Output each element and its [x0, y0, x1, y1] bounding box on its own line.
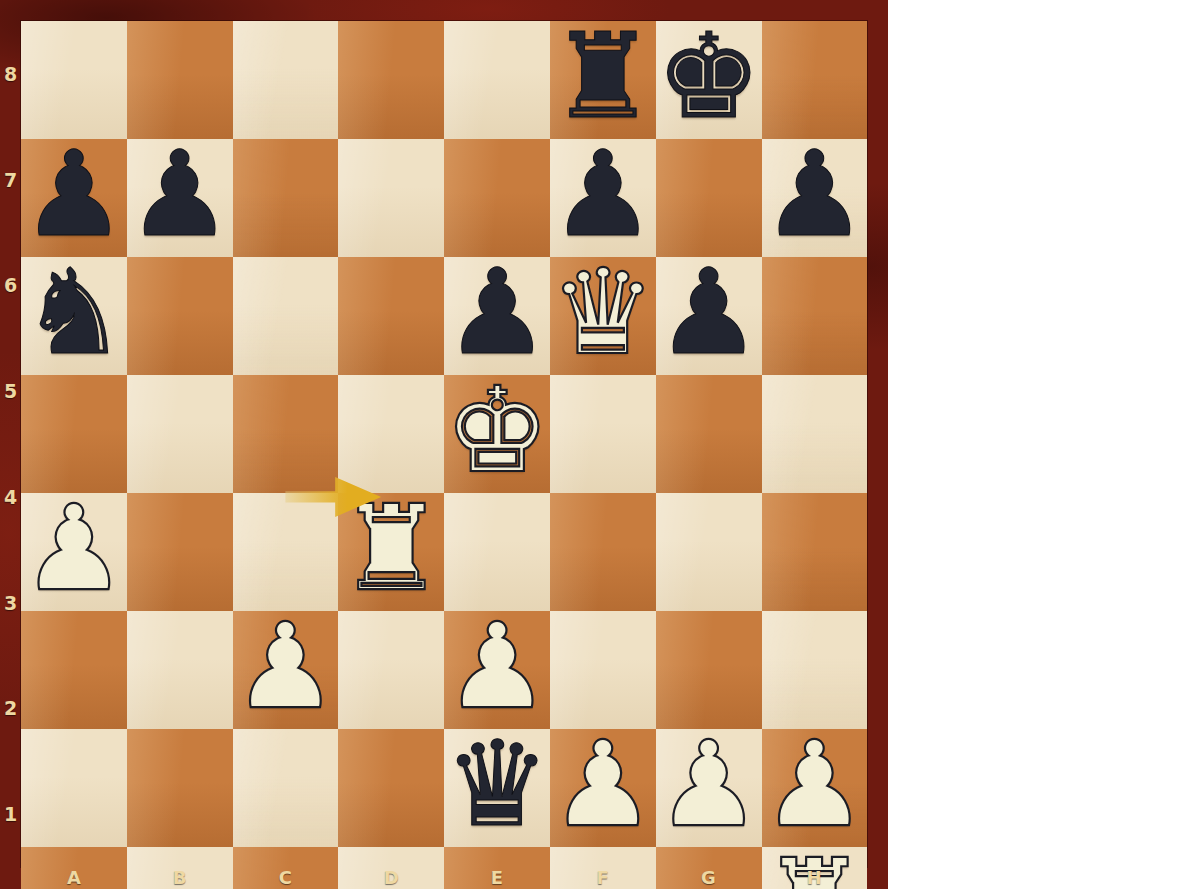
file-label-D: D — [371, 867, 411, 888]
piece-white-queen-f6[interactable]: ♛ — [550, 253, 656, 371]
square-e7[interactable] — [444, 139, 550, 257]
square-f8[interactable]: ♜ — [550, 21, 656, 139]
square-h7[interactable]: ♟ — [762, 139, 868, 257]
square-g8[interactable]: ♚ — [656, 21, 762, 139]
square-d2[interactable] — [338, 729, 444, 847]
piece-black-pawn-f7[interactable]: ♟ — [550, 135, 656, 253]
file-label-H: H — [794, 867, 834, 888]
piece-black-pawn-e6[interactable]: ♟ — [444, 253, 550, 371]
piece-white-pawn-e3[interactable]: ♟ — [444, 607, 550, 725]
square-c5[interactable] — [233, 375, 339, 493]
square-f2[interactable]: ♟ — [550, 729, 656, 847]
square-f6[interactable]: ♛ — [550, 257, 656, 375]
square-a5[interactable] — [21, 375, 127, 493]
piece-black-pawn-b7[interactable]: ♟ — [127, 135, 233, 253]
square-c7[interactable] — [233, 139, 339, 257]
square-a6[interactable]: ♞ — [21, 257, 127, 375]
square-g7[interactable] — [656, 139, 762, 257]
square-h4[interactable] — [762, 493, 868, 611]
square-e6[interactable]: ♟ — [444, 257, 550, 375]
piece-black-queen-e2[interactable]: ♛ — [444, 725, 550, 843]
file-label-A: A — [54, 867, 94, 888]
square-h6[interactable] — [762, 257, 868, 375]
square-a4[interactable]: ♟ — [21, 493, 127, 611]
rank-label-2: 2 — [0, 697, 21, 719]
square-c2[interactable] — [233, 729, 339, 847]
piece-black-knight-a6[interactable]: ♞ — [21, 253, 127, 371]
chess-board: ♜♚♟♟♟♟♞♟♛♟♚♟♜♟♟♛♟♟♟♜ — [21, 21, 867, 867]
square-e2[interactable]: ♛ — [444, 729, 550, 847]
rank-label-5: 5 — [0, 380, 21, 402]
square-d7[interactable] — [338, 139, 444, 257]
file-label-C: C — [265, 867, 305, 888]
square-e8[interactable] — [444, 21, 550, 139]
square-e3[interactable]: ♟ — [444, 611, 550, 729]
square-e5[interactable]: ♚ — [444, 375, 550, 493]
square-g5[interactable] — [656, 375, 762, 493]
rank-label-8: 8 — [0, 63, 21, 85]
square-b2[interactable] — [127, 729, 233, 847]
square-a2[interactable] — [21, 729, 127, 847]
piece-white-king-e5[interactable]: ♚ — [444, 371, 550, 489]
square-d8[interactable] — [338, 21, 444, 139]
square-c6[interactable] — [233, 257, 339, 375]
piece-white-pawn-h2[interactable]: ♟ — [762, 725, 868, 843]
square-c8[interactable] — [233, 21, 339, 139]
square-a8[interactable] — [21, 21, 127, 139]
square-d4[interactable]: ♜ — [338, 493, 444, 611]
square-c4[interactable] — [233, 493, 339, 611]
file-label-G: G — [688, 867, 728, 888]
piece-black-rook-f8[interactable]: ♜ — [550, 17, 656, 135]
piece-black-pawn-a7[interactable]: ♟ — [21, 135, 127, 253]
piece-black-king-g8[interactable]: ♚ — [656, 17, 762, 135]
square-h3[interactable] — [762, 611, 868, 729]
rank-label-3: 3 — [0, 592, 21, 614]
piece-white-pawn-a4[interactable]: ♟ — [21, 489, 127, 607]
piece-white-pawn-g2[interactable]: ♟ — [656, 725, 762, 843]
square-e4[interactable] — [444, 493, 550, 611]
rank-label-1: 1 — [0, 803, 21, 825]
square-d3[interactable] — [338, 611, 444, 729]
file-label-B: B — [160, 867, 200, 888]
square-f5[interactable] — [550, 375, 656, 493]
file-label-E: E — [477, 867, 517, 888]
rank-label-6: 6 — [0, 274, 21, 296]
square-d6[interactable] — [338, 257, 444, 375]
square-f4[interactable] — [550, 493, 656, 611]
square-b3[interactable] — [127, 611, 233, 729]
square-b6[interactable] — [127, 257, 233, 375]
file-label-F: F — [583, 867, 623, 888]
square-a7[interactable]: ♟ — [21, 139, 127, 257]
piece-black-pawn-h7[interactable]: ♟ — [762, 135, 868, 253]
square-f3[interactable] — [550, 611, 656, 729]
square-g4[interactable] — [656, 493, 762, 611]
square-d5[interactable] — [338, 375, 444, 493]
square-b5[interactable] — [127, 375, 233, 493]
square-g3[interactable] — [656, 611, 762, 729]
piece-white-pawn-c3[interactable]: ♟ — [233, 607, 339, 725]
board-frame: ♜♚♟♟♟♟♞♟♛♟♚♟♜♟♟♛♟♟♟♜ 12345678ABCDEFGH — [0, 0, 888, 889]
square-a3[interactable] — [21, 611, 127, 729]
square-g2[interactable]: ♟ — [656, 729, 762, 847]
square-h5[interactable] — [762, 375, 868, 493]
square-b4[interactable] — [127, 493, 233, 611]
piece-white-pawn-f2[interactable]: ♟ — [550, 725, 656, 843]
square-h8[interactable] — [762, 21, 868, 139]
square-h2[interactable]: ♟ — [762, 729, 868, 847]
square-b7[interactable]: ♟ — [127, 139, 233, 257]
piece-black-pawn-g6[interactable]: ♟ — [656, 253, 762, 371]
square-g6[interactable]: ♟ — [656, 257, 762, 375]
rank-label-4: 4 — [0, 486, 21, 508]
square-b8[interactable] — [127, 21, 233, 139]
rank-label-7: 7 — [0, 169, 21, 191]
square-c3[interactable]: ♟ — [233, 611, 339, 729]
square-f7[interactable]: ♟ — [550, 139, 656, 257]
